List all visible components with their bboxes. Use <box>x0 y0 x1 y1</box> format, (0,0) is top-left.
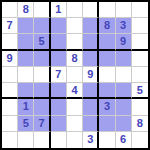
cell-r6c4[interactable] <box>51 83 67 99</box>
cell-r5c6[interactable]: 9 <box>83 67 99 83</box>
cell-r8c6[interactable] <box>83 116 99 132</box>
cell-r9c2[interactable] <box>18 132 34 148</box>
cell-r6c3[interactable] <box>34 83 50 99</box>
cell-r7c4[interactable] <box>51 99 67 115</box>
cell-r9c5[interactable] <box>67 132 83 148</box>
cell-r8c5[interactable] <box>67 116 83 132</box>
given-digit: 8 <box>23 4 29 15</box>
given-digit: 9 <box>7 53 13 64</box>
given-digit: 8 <box>71 53 77 64</box>
cell-r4c9[interactable] <box>132 51 148 67</box>
cell-r4c7[interactable] <box>99 51 115 67</box>
given-digit: 5 <box>38 36 44 47</box>
cell-r8c2[interactable]: 5 <box>18 116 34 132</box>
cell-r3c9[interactable] <box>132 34 148 50</box>
sudoku-board: 81783599879451357836 <box>0 0 150 150</box>
given-digit: 1 <box>55 4 61 15</box>
cell-r3c5[interactable] <box>67 34 83 50</box>
cell-r1c5[interactable] <box>67 2 83 18</box>
cell-r1c3[interactable] <box>34 2 50 18</box>
cell-r7c8[interactable] <box>116 99 132 115</box>
given-digit: 8 <box>137 118 143 129</box>
given-digit: 4 <box>71 85 77 96</box>
cell-r5c4[interactable]: 7 <box>51 67 67 83</box>
cell-r3c3[interactable]: 5 <box>34 34 50 50</box>
cell-r6c8[interactable] <box>116 83 132 99</box>
cell-r6c7[interactable] <box>99 83 115 99</box>
given-digit: 8 <box>104 20 110 31</box>
cell-r5c1[interactable] <box>2 67 18 83</box>
cell-r1c4[interactable]: 1 <box>51 2 67 18</box>
cell-r5c2[interactable] <box>18 67 34 83</box>
cell-r4c3[interactable] <box>34 51 50 67</box>
cell-r2c9[interactable] <box>132 18 148 34</box>
cell-r6c6[interactable] <box>83 83 99 99</box>
cell-r8c4[interactable] <box>51 116 67 132</box>
given-digit: 7 <box>7 20 13 31</box>
cell-r5c9[interactable] <box>132 67 148 83</box>
cell-r4c8[interactable] <box>116 51 132 67</box>
cell-r8c1[interactable] <box>2 116 18 132</box>
cell-r4c2[interactable] <box>18 51 34 67</box>
cell-r7c2[interactable]: 1 <box>18 99 34 115</box>
cell-r4c4[interactable] <box>51 51 67 67</box>
cell-r3c8[interactable]: 9 <box>116 34 132 50</box>
cell-r2c1[interactable]: 7 <box>2 18 18 34</box>
cell-r6c9[interactable]: 5 <box>132 83 148 99</box>
cell-r5c3[interactable] <box>34 67 50 83</box>
cell-r7c5[interactable] <box>67 99 83 115</box>
cell-r6c2[interactable] <box>18 83 34 99</box>
cell-r4c1[interactable]: 9 <box>2 51 18 67</box>
given-digit: 1 <box>23 101 29 112</box>
given-digit: 3 <box>104 101 110 112</box>
cell-r7c9[interactable] <box>132 99 148 115</box>
cell-r1c6[interactable] <box>83 2 99 18</box>
cell-r9c1[interactable] <box>2 132 18 148</box>
cell-r5c7[interactable] <box>99 67 115 83</box>
cell-r4c5[interactable]: 8 <box>67 51 83 67</box>
cell-r1c2[interactable]: 8 <box>18 2 34 18</box>
cell-r9c4[interactable] <box>51 132 67 148</box>
given-digit: 9 <box>87 69 93 80</box>
cell-r2c3[interactable] <box>34 18 50 34</box>
cell-r4c6[interactable] <box>83 51 99 67</box>
cell-r3c7[interactable] <box>99 34 115 50</box>
cell-r7c7[interactable]: 3 <box>99 99 115 115</box>
cell-r2c2[interactable] <box>18 18 34 34</box>
given-digit: 7 <box>55 69 61 80</box>
cell-r1c1[interactable] <box>2 2 18 18</box>
cell-r9c3[interactable] <box>34 132 50 148</box>
given-digit: 3 <box>87 134 93 145</box>
cell-r1c7[interactable] <box>99 2 115 18</box>
cell-r5c5[interactable] <box>67 67 83 83</box>
given-digit: 5 <box>23 118 29 129</box>
cell-r2c4[interactable] <box>51 18 67 34</box>
cell-r9c6[interactable]: 3 <box>83 132 99 148</box>
cell-r8c3[interactable]: 7 <box>34 116 50 132</box>
cell-r7c3[interactable] <box>34 99 50 115</box>
cell-r2c5[interactable] <box>67 18 83 34</box>
cell-r2c8[interactable]: 3 <box>116 18 132 34</box>
cell-r1c8[interactable] <box>116 2 132 18</box>
cell-r2c6[interactable] <box>83 18 99 34</box>
cell-r7c1[interactable] <box>2 99 18 115</box>
cell-r5c8[interactable] <box>116 67 132 83</box>
cell-r3c2[interactable] <box>18 34 34 50</box>
given-digit: 7 <box>38 118 44 129</box>
given-digit: 6 <box>120 134 126 145</box>
given-digit: 9 <box>120 36 126 47</box>
cell-r9c7[interactable] <box>99 132 115 148</box>
cell-r9c9[interactable] <box>132 132 148 148</box>
cell-r3c1[interactable] <box>2 34 18 50</box>
cell-r1c9[interactable] <box>132 2 148 18</box>
given-digit: 5 <box>137 85 143 96</box>
cell-r8c7[interactable] <box>99 116 115 132</box>
cell-r6c1[interactable] <box>2 83 18 99</box>
cell-r8c8[interactable] <box>116 116 132 132</box>
cell-r3c6[interactable] <box>83 34 99 50</box>
cell-r3c4[interactable] <box>51 34 67 50</box>
cell-r8c9[interactable]: 8 <box>132 116 148 132</box>
cell-r7c6[interactable] <box>83 99 99 115</box>
given-digit: 3 <box>120 20 126 31</box>
cell-r6c5[interactable]: 4 <box>67 83 83 99</box>
cell-r9c8[interactable]: 6 <box>116 132 132 148</box>
cell-r2c7[interactable]: 8 <box>99 18 115 34</box>
